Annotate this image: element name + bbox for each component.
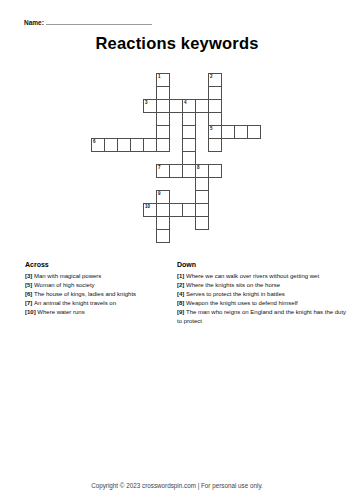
down-clue-list: [1] Where we can walk over rivers withou… [177, 272, 349, 326]
clue-item: [9] The man who reigns on England and th… [177, 308, 349, 326]
clue-item: [4] Serves to protect the knight in batt… [177, 290, 349, 299]
crossword-cell[interactable]: 8 [195, 164, 209, 178]
crossword-cell[interactable] [169, 164, 183, 178]
crossword-cell[interactable]: 5 [208, 125, 222, 139]
clue-item: [1] Where we can walk over rivers withou… [177, 272, 349, 281]
crossword-cell[interactable] [208, 86, 222, 100]
clue-item: [7] An animal the knight travels on [25, 299, 173, 308]
down-header: Down [177, 261, 349, 269]
crossword-cell[interactable]: 10 [143, 203, 157, 217]
crossword-cell[interactable] [247, 125, 261, 139]
crossword-cell[interactable]: 1 [156, 73, 170, 87]
crossword-cell[interactable] [182, 125, 196, 139]
crossword-grid: 12345678910 [91, 73, 262, 244]
crossword-cell[interactable] [208, 112, 222, 126]
crossword-cell[interactable] [195, 190, 209, 204]
across-header: Across [25, 261, 173, 269]
across-section: Across [3] Man with magical powers[5] Wo… [25, 261, 173, 317]
crossword-cell[interactable] [143, 138, 157, 152]
footer-copyright: Copyright © 2023 crosswordspin.com | For… [0, 482, 354, 489]
crossword-cell[interactable]: 4 [182, 99, 196, 113]
clue-number-label: [1] [177, 273, 186, 279]
clue-number-label: [8] [177, 300, 186, 306]
crossword-cell[interactable]: 6 [91, 138, 105, 152]
name-fill-line[interactable] [46, 18, 152, 25]
page-title: Reactions keywords [0, 34, 354, 53]
cell-clue-number: 4 [184, 100, 187, 105]
crossword-cell[interactable]: 2 [208, 73, 222, 87]
crossword-cell[interactable] [182, 112, 196, 126]
crossword-cell[interactable] [156, 112, 170, 126]
clue-number-label: [3] [25, 273, 34, 279]
clue-item: [10] Where water runs [25, 308, 173, 317]
clue-number-label: [10] [25, 309, 37, 315]
crossword-cell[interactable] [182, 151, 196, 165]
cell-clue-number: 10 [145, 204, 150, 209]
cell-clue-number: 9 [158, 191, 161, 196]
clue-number-label: [7] [25, 300, 34, 306]
crossword-cell[interactable] [130, 138, 144, 152]
clue-item: [2] Where the knights sits on the horse [177, 281, 349, 290]
cell-clue-number: 6 [93, 139, 96, 144]
crossword-cell[interactable] [156, 86, 170, 100]
down-section: Down [1] Where we can walk over rivers w… [177, 261, 349, 326]
clue-number-label: [5] [25, 282, 34, 288]
crossword-cell[interactable] [156, 229, 170, 243]
cell-clue-number: 1 [158, 74, 161, 79]
crossword-cell[interactable]: 3 [143, 99, 157, 113]
crossword-cell[interactable] [156, 203, 170, 217]
cell-clue-number: 5 [210, 126, 213, 131]
clue-number-label: [9] [177, 309, 186, 315]
cell-clue-number: 8 [197, 165, 200, 170]
crossword-cell[interactable] [195, 216, 209, 230]
crossword-cell[interactable] [182, 138, 196, 152]
crossword-cell[interactable] [195, 203, 209, 217]
crossword-cell[interactable] [169, 203, 183, 217]
clue-number-label: [2] [177, 282, 186, 288]
clue-item: [6] The house of kings, ladies and knigh… [25, 290, 173, 299]
clue-item: [3] Man with magical powers [25, 272, 173, 281]
crossword-cell[interactable]: 7 [156, 164, 170, 178]
clue-number-label: [4] [177, 291, 186, 297]
crossword-cell[interactable] [156, 138, 170, 152]
across-clue-list: [3] Man with magical powers[5] Woman of … [25, 272, 173, 317]
name-label: Name: [24, 19, 44, 26]
crossword-cell[interactable] [195, 177, 209, 191]
clue-item: [5] Woman of high society [25, 281, 173, 290]
crossword-cell[interactable] [221, 125, 235, 139]
crossword-cell[interactable] [182, 203, 196, 217]
crossword-cell[interactable] [182, 164, 196, 178]
crossword-cell[interactable] [208, 138, 222, 152]
crossword-cell[interactable] [156, 99, 170, 113]
worksheet-page: Name: Reactions keywords 12345678910 Acr… [0, 0, 354, 500]
crossword-cell[interactable] [156, 216, 170, 230]
crossword-cell[interactable] [156, 125, 170, 139]
cell-clue-number: 2 [210, 74, 213, 79]
clue-number-label: [6] [25, 291, 34, 297]
crossword-cell[interactable]: 9 [156, 190, 170, 204]
crossword-cell[interactable] [104, 138, 118, 152]
cell-clue-number: 7 [158, 165, 161, 170]
clue-item: [8] Weapon the knight uses to defend him… [177, 299, 349, 308]
crossword-cell[interactable] [234, 125, 248, 139]
crossword-cell[interactable] [117, 138, 131, 152]
crossword-cell[interactable] [208, 164, 222, 178]
name-row: Name: [24, 18, 152, 26]
crossword-cell[interactable] [169, 99, 183, 113]
cell-clue-number: 3 [145, 100, 148, 105]
crossword-cell[interactable] [208, 99, 222, 113]
crossword-cell[interactable] [195, 99, 209, 113]
